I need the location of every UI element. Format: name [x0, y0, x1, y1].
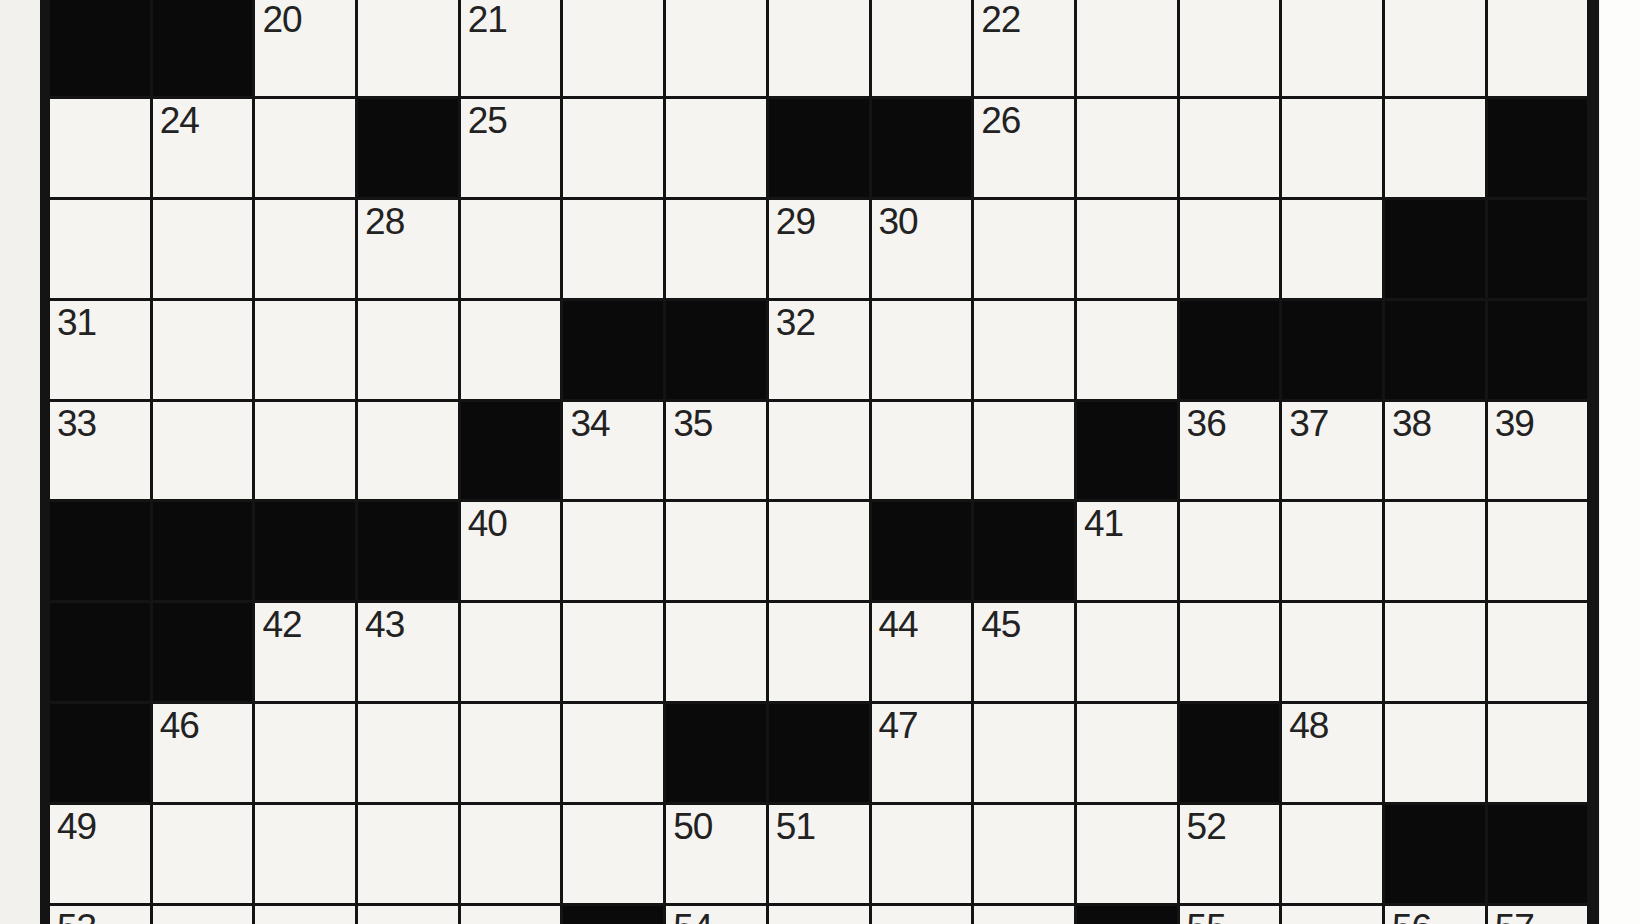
cell-r1c9[interactable] [872, 0, 972, 96]
cell-r5c10[interactable] [974, 402, 1074, 500]
clue-number-37: 37 [1289, 405, 1328, 444]
clue-number-47: 47 [879, 707, 918, 746]
cell-r5c7[interactable]: 35 [666, 402, 766, 500]
clue-number-53: 53 [57, 909, 96, 924]
cell-r2c4 [358, 99, 458, 197]
cell-r2c13[interactable] [1282, 99, 1382, 197]
cell-r3c11[interactable] [1077, 200, 1177, 298]
cell-r6c9 [872, 502, 972, 600]
cell-r5c9[interactable] [872, 402, 972, 500]
cell-r3c14 [1385, 200, 1485, 298]
cell-r6c1 [50, 502, 150, 600]
clue-number-25: 25 [468, 102, 507, 141]
clue-number-28: 28 [365, 203, 404, 242]
cell-r1c3[interactable]: 20 [255, 0, 355, 96]
cell-r10c1[interactable]: 53 [50, 906, 150, 924]
cell-r10c3[interactable] [255, 906, 355, 924]
clue-number-34: 34 [570, 405, 609, 444]
clue-number-49: 49 [57, 808, 96, 847]
clue-number-52: 52 [1187, 808, 1226, 847]
cell-r2c15 [1488, 99, 1588, 197]
cell-r8c10[interactable] [974, 704, 1074, 802]
cell-r4c10[interactable] [974, 301, 1074, 399]
cell-r4c5[interactable] [461, 301, 561, 399]
cell-r7c7[interactable] [666, 603, 766, 701]
cell-r9c3[interactable] [255, 805, 355, 903]
cell-r3c9[interactable]: 30 [872, 200, 972, 298]
cell-r9c11[interactable] [1077, 805, 1177, 903]
cell-r1c12[interactable] [1180, 0, 1280, 96]
clue-number-57: 57 [1495, 909, 1534, 924]
cell-r2c10[interactable]: 26 [974, 99, 1074, 197]
cell-r8c14[interactable] [1385, 704, 1485, 802]
cell-r5c15[interactable]: 39 [1488, 402, 1588, 500]
clue-number-30: 30 [879, 203, 918, 242]
cell-r4c15 [1488, 301, 1588, 399]
cell-r1c7[interactable] [666, 0, 766, 96]
cell-r2c1[interactable] [50, 99, 150, 197]
cell-r3c1[interactable] [50, 200, 150, 298]
cell-r5c11 [1077, 402, 1177, 500]
cell-r3c2[interactable] [153, 200, 253, 298]
cell-r10c14[interactable]: 56 [1385, 906, 1485, 924]
cell-r2c5[interactable]: 25 [461, 99, 561, 197]
cell-r8c6[interactable] [563, 704, 663, 802]
cell-r9c5[interactable] [461, 805, 561, 903]
cell-r3c12[interactable] [1180, 200, 1280, 298]
cell-r9c12[interactable]: 52 [1180, 805, 1280, 903]
cell-r6c2 [153, 502, 253, 600]
cell-r3c15 [1488, 200, 1588, 298]
clue-number-55: 55 [1187, 909, 1226, 924]
cell-r8c5[interactable] [461, 704, 561, 802]
cell-r7c3[interactable]: 42 [255, 603, 355, 701]
cell-r6c11[interactable]: 41 [1077, 502, 1177, 600]
cell-r4c7 [666, 301, 766, 399]
cell-r8c1 [50, 704, 150, 802]
cell-r9c7[interactable]: 50 [666, 805, 766, 903]
clue-number-31: 31 [57, 304, 96, 343]
clue-number-41: 41 [1084, 505, 1123, 544]
cell-r5c5 [461, 402, 561, 500]
cell-r10c11 [1077, 906, 1177, 924]
cell-r3c3[interactable] [255, 200, 355, 298]
cell-r1c8[interactable] [769, 0, 869, 96]
cell-r3c6[interactable] [563, 200, 663, 298]
cell-r1c5[interactable]: 21 [461, 0, 561, 96]
cell-r1c13[interactable] [1282, 0, 1382, 96]
cell-r2c12[interactable] [1180, 99, 1280, 197]
cell-r5c1[interactable]: 33 [50, 402, 150, 500]
clue-number-45: 45 [981, 606, 1020, 645]
clue-number-50: 50 [673, 808, 712, 847]
cell-r4c6 [563, 301, 663, 399]
clue-number-21: 21 [468, 1, 507, 40]
clue-number-44: 44 [879, 606, 918, 645]
cell-r7c11[interactable] [1077, 603, 1177, 701]
cell-r8c3[interactable] [255, 704, 355, 802]
cell-r7c1 [50, 603, 150, 701]
cell-r5c2[interactable] [153, 402, 253, 500]
cell-r1c2 [153, 0, 253, 96]
cell-r8c9[interactable]: 47 [872, 704, 972, 802]
cell-r1c15[interactable] [1488, 0, 1588, 96]
clue-number-20: 20 [262, 1, 301, 40]
page-right-margin [1600, 0, 1640, 924]
cell-r9c1[interactable]: 49 [50, 805, 150, 903]
cell-r7c10[interactable]: 45 [974, 603, 1074, 701]
cell-r9c9[interactable] [872, 805, 972, 903]
cell-r10c13[interactable] [1282, 906, 1382, 924]
cell-r10c2[interactable] [153, 906, 253, 924]
cell-r6c12[interactable] [1180, 502, 1280, 600]
cell-r10c4[interactable] [358, 906, 458, 924]
cell-r10c9[interactable] [872, 906, 972, 924]
cell-r8c2[interactable]: 46 [153, 704, 253, 802]
cell-r4c11[interactable] [1077, 301, 1177, 399]
cell-r7c14[interactable] [1385, 603, 1485, 701]
clue-number-40: 40 [468, 505, 507, 544]
clue-number-51: 51 [776, 808, 815, 847]
clue-number-39: 39 [1495, 405, 1534, 444]
cell-r8c12 [1180, 704, 1280, 802]
cell-r6c4 [358, 502, 458, 600]
cell-r8c7 [666, 704, 766, 802]
cell-r7c6[interactable] [563, 603, 663, 701]
cell-r4c4[interactable] [358, 301, 458, 399]
cell-r6c10 [974, 502, 1074, 600]
cell-r10c8[interactable] [769, 906, 869, 924]
cell-r7c4[interactable]: 43 [358, 603, 458, 701]
cell-r4c13 [1282, 301, 1382, 399]
cell-r2c7[interactable] [666, 99, 766, 197]
cell-r1c1 [50, 0, 150, 96]
clue-number-48: 48 [1289, 707, 1328, 746]
cell-r10c15[interactable]: 57 [1488, 906, 1588, 924]
clue-number-38: 38 [1392, 405, 1431, 444]
cell-r4c14 [1385, 301, 1485, 399]
cell-r6c14[interactable] [1385, 502, 1485, 600]
clue-number-26: 26 [981, 102, 1020, 141]
cell-r5c6[interactable]: 34 [563, 402, 663, 500]
cell-r9c10[interactable] [974, 805, 1074, 903]
cell-r9c8[interactable]: 51 [769, 805, 869, 903]
cell-r6c3 [255, 502, 355, 600]
clue-number-36: 36 [1187, 405, 1226, 444]
cell-r7c13[interactable] [1282, 603, 1382, 701]
cell-r5c4[interactable] [358, 402, 458, 500]
cell-r3c7[interactable] [666, 200, 766, 298]
cell-r2c9 [872, 99, 972, 197]
cell-r3c5[interactable] [461, 200, 561, 298]
cell-r10c6 [563, 906, 663, 924]
cell-r2c6[interactable] [563, 99, 663, 197]
cell-r9c2[interactable] [153, 805, 253, 903]
cell-r5c13[interactable]: 37 [1282, 402, 1382, 500]
cell-r8c4[interactable] [358, 704, 458, 802]
cell-r1c4[interactable] [358, 0, 458, 96]
cell-r7c2 [153, 603, 253, 701]
cell-r10c12[interactable]: 55 [1180, 906, 1280, 924]
cell-r7c15[interactable] [1488, 603, 1588, 701]
cell-r8c15[interactable] [1488, 704, 1588, 802]
cell-r7c8[interactable] [769, 603, 869, 701]
cell-r8c8 [769, 704, 869, 802]
cell-r6c6[interactable] [563, 502, 663, 600]
cell-r9c15 [1488, 805, 1588, 903]
cell-r8c13[interactable]: 48 [1282, 704, 1382, 802]
cell-r6c15[interactable] [1488, 502, 1588, 600]
cell-r6c8[interactable] [769, 502, 869, 600]
cell-r3c10[interactable] [974, 200, 1074, 298]
cell-r4c8[interactable]: 32 [769, 301, 869, 399]
cell-r2c2[interactable]: 24 [153, 99, 253, 197]
cell-r2c3[interactable] [255, 99, 355, 197]
cell-r9c14 [1385, 805, 1485, 903]
cell-r7c5[interactable] [461, 603, 561, 701]
cell-r6c13[interactable] [1282, 502, 1382, 600]
cell-r1c6[interactable] [563, 0, 663, 96]
clue-number-35: 35 [673, 405, 712, 444]
cell-r3c13[interactable] [1282, 200, 1382, 298]
crossword-board: 2021222425262829303132333435363738394041… [40, 0, 1599, 924]
cell-r4c12 [1180, 301, 1280, 399]
clue-number-22: 22 [981, 1, 1020, 40]
cell-r5c8[interactable] [769, 402, 869, 500]
cell-r6c5[interactable]: 40 [461, 502, 561, 600]
clue-number-43: 43 [365, 606, 404, 645]
cell-r10c7[interactable]: 54 [666, 906, 766, 924]
clue-number-42: 42 [262, 606, 301, 645]
cell-r5c14[interactable]: 38 [1385, 402, 1485, 500]
clue-number-46: 46 [160, 707, 199, 746]
clue-number-56: 56 [1392, 909, 1431, 924]
cell-r4c1[interactable]: 31 [50, 301, 150, 399]
cell-r3c4[interactable]: 28 [358, 200, 458, 298]
cell-r5c12[interactable]: 36 [1180, 402, 1280, 500]
cell-r7c9[interactable]: 44 [872, 603, 972, 701]
clue-number-32: 32 [776, 304, 815, 343]
cell-r4c9[interactable] [872, 301, 972, 399]
cell-r9c4[interactable] [358, 805, 458, 903]
cell-r5c3[interactable] [255, 402, 355, 500]
cell-r1c14[interactable] [1385, 0, 1485, 96]
cell-r9c6[interactable] [563, 805, 663, 903]
cell-r1c10[interactable]: 22 [974, 0, 1074, 96]
cell-r6c7[interactable] [666, 502, 766, 600]
cell-r1c11[interactable] [1077, 0, 1177, 96]
clue-number-29: 29 [776, 203, 815, 242]
cell-r9c13[interactable] [1282, 805, 1382, 903]
cell-r4c2[interactable] [153, 301, 253, 399]
clue-number-24: 24 [160, 102, 199, 141]
cell-r2c14[interactable] [1385, 99, 1485, 197]
clue-number-33: 33 [57, 405, 96, 444]
cell-r3c8[interactable]: 29 [769, 200, 869, 298]
page-left-margin [0, 0, 40, 924]
cell-r10c5[interactable] [461, 906, 561, 924]
cell-r7c12[interactable] [1180, 603, 1280, 701]
cell-r2c8 [769, 99, 869, 197]
cell-r2c11[interactable] [1077, 99, 1177, 197]
clue-number-54: 54 [673, 909, 712, 924]
cell-r4c3[interactable] [255, 301, 355, 399]
cell-r8c11[interactable] [1077, 704, 1177, 802]
cell-r10c10[interactable] [974, 906, 1074, 924]
